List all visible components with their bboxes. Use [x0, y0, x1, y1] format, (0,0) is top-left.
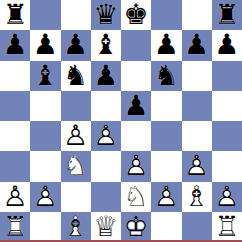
square-d7[interactable]: ♝ — [91, 30, 121, 60]
chess-board: ♜♛♚♜♟♟♟♝♟♟♟♝♞♟♞♟♟♙♟♙♞♘♟♙♟♙♟♙♟♙♞♘♟♙♝♗♟♙♜♖… — [0, 0, 242, 242]
square-h8[interactable]: ♜ — [212, 0, 242, 30]
white-bishop-piece-fill: ♝ — [61, 212, 91, 242]
square-e8[interactable]: ♚ — [121, 0, 151, 30]
square-a1[interactable]: ♜♖ — [0, 212, 30, 242]
square-a6[interactable] — [0, 61, 30, 91]
square-f5[interactable] — [151, 91, 181, 121]
square-a8[interactable]: ♜ — [0, 0, 30, 30]
white-pawn-piece-fill: ♟ — [61, 121, 91, 151]
square-c1[interactable]: ♝♗ — [61, 212, 91, 242]
square-e7[interactable] — [121, 30, 151, 60]
square-f3[interactable] — [151, 151, 181, 181]
square-b2[interactable]: ♟♙ — [30, 182, 60, 212]
square-b6[interactable]: ♝ — [30, 61, 60, 91]
square-h3[interactable] — [212, 151, 242, 181]
square-e4[interactable] — [121, 121, 151, 151]
black-pawn-piece[interactable]: ♟ — [182, 30, 212, 60]
square-d6[interactable]: ♟ — [91, 61, 121, 91]
square-d8[interactable]: ♛ — [91, 0, 121, 30]
white-knight-piece[interactable]: ♘ — [121, 182, 151, 212]
white-bishop-piece[interactable]: ♗ — [182, 182, 212, 212]
square-e6[interactable] — [121, 61, 151, 91]
white-bishop-piece-fill: ♝ — [182, 182, 212, 212]
square-d5[interactable] — [91, 91, 121, 121]
white-king-piece[interactable]: ♔ — [121, 212, 151, 242]
square-g1[interactable] — [182, 212, 212, 242]
square-a2[interactable]: ♟♙ — [0, 182, 30, 212]
square-g5[interactable] — [182, 91, 212, 121]
square-f8[interactable] — [151, 0, 181, 30]
square-a5[interactable] — [0, 91, 30, 121]
square-b1[interactable] — [30, 212, 60, 242]
white-queen-piece-fill: ♛ — [91, 212, 121, 242]
square-a4[interactable] — [0, 121, 30, 151]
black-pawn-piece[interactable]: ♟ — [212, 30, 242, 60]
square-c7[interactable]: ♟ — [61, 30, 91, 60]
square-d1[interactable]: ♛♕ — [91, 212, 121, 242]
white-pawn-piece[interactable]: ♙ — [61, 121, 91, 151]
black-bishop-piece[interactable]: ♝ — [91, 30, 121, 60]
square-h6[interactable] — [212, 61, 242, 91]
square-e1[interactable]: ♚♔ — [121, 212, 151, 242]
square-h2[interactable]: ♟♙ — [212, 182, 242, 212]
black-pawn-piece[interactable]: ♟ — [61, 30, 91, 60]
black-rook-piece[interactable]: ♜ — [0, 0, 30, 30]
white-pawn-piece-fill: ♟ — [182, 151, 212, 181]
square-h5[interactable] — [212, 91, 242, 121]
square-g3[interactable]: ♟♙ — [182, 151, 212, 181]
square-f7[interactable]: ♟ — [151, 30, 181, 60]
square-f6[interactable]: ♞ — [151, 61, 181, 91]
square-e5[interactable]: ♟ — [121, 91, 151, 121]
white-pawn-piece[interactable]: ♙ — [30, 182, 60, 212]
square-h1[interactable]: ♜♖ — [212, 212, 242, 242]
white-pawn-piece-fill: ♟ — [121, 151, 151, 181]
white-knight-piece-fill: ♞ — [121, 182, 151, 212]
black-pawn-piece[interactable]: ♟ — [91, 61, 121, 91]
black-pawn-piece[interactable]: ♟ — [0, 30, 30, 60]
white-pawn-piece-fill: ♟ — [91, 121, 121, 151]
black-queen-piece[interactable]: ♛ — [91, 0, 121, 30]
square-g8[interactable] — [182, 0, 212, 30]
square-e3[interactable]: ♟♙ — [121, 151, 151, 181]
black-pawn-piece[interactable]: ♟ — [30, 30, 60, 60]
square-f1[interactable] — [151, 212, 181, 242]
square-a7[interactable]: ♟ — [0, 30, 30, 60]
board-container: ♜♛♚♜♟♟♟♝♟♟♟♝♞♟♞♟♟♙♟♙♞♘♟♙♟♙♟♙♟♙♞♘♟♙♝♗♟♙♜♖… — [0, 0, 242, 242]
white-knight-piece-fill: ♞ — [61, 151, 91, 181]
square-c4[interactable]: ♟♙ — [61, 121, 91, 151]
black-pawn-piece[interactable]: ♟ — [151, 30, 181, 60]
square-b3[interactable] — [30, 151, 60, 181]
square-c5[interactable] — [61, 91, 91, 121]
white-pawn-piece[interactable]: ♙ — [0, 182, 30, 212]
white-knight-piece[interactable]: ♘ — [61, 151, 91, 181]
square-b4[interactable] — [30, 121, 60, 151]
white-pawn-piece[interactable]: ♙ — [91, 121, 121, 151]
square-h7[interactable]: ♟ — [212, 30, 242, 60]
black-rook-piece[interactable]: ♜ — [212, 0, 242, 30]
white-pawn-piece-fill: ♟ — [212, 182, 242, 212]
black-bishop-piece[interactable]: ♝ — [30, 61, 60, 91]
white-pawn-piece-fill: ♟ — [151, 182, 181, 212]
white-rook-piece-fill: ♜ — [0, 212, 30, 242]
white-pawn-piece-fill: ♟ — [0, 182, 30, 212]
black-pawn-piece[interactable]: ♟ — [121, 91, 151, 121]
square-f4[interactable] — [151, 121, 181, 151]
square-c2[interactable] — [61, 182, 91, 212]
white-queen-piece[interactable]: ♕ — [91, 212, 121, 242]
square-g2[interactable]: ♝♗ — [182, 182, 212, 212]
white-rook-piece-fill: ♜ — [212, 212, 242, 242]
square-e2[interactable]: ♞♘ — [121, 182, 151, 212]
square-a3[interactable] — [0, 151, 30, 181]
square-c6[interactable]: ♞ — [61, 61, 91, 91]
square-g6[interactable] — [182, 61, 212, 91]
white-bishop-piece[interactable]: ♗ — [61, 212, 91, 242]
white-rook-piece[interactable]: ♖ — [212, 212, 242, 242]
square-d2[interactable] — [91, 182, 121, 212]
white-pawn-piece[interactable]: ♙ — [151, 182, 181, 212]
square-b5[interactable] — [30, 91, 60, 121]
square-d3[interactable] — [91, 151, 121, 181]
square-g4[interactable] — [182, 121, 212, 151]
white-pawn-piece[interactable]: ♙ — [121, 151, 151, 181]
white-king-piece-fill: ♚ — [121, 212, 151, 242]
white-rook-piece[interactable]: ♖ — [0, 212, 30, 242]
white-pawn-piece[interactable]: ♙ — [212, 182, 242, 212]
square-b8[interactable] — [30, 0, 60, 30]
white-pawn-piece[interactable]: ♙ — [182, 151, 212, 181]
white-pawn-piece-fill: ♟ — [30, 182, 60, 212]
square-c8[interactable] — [61, 0, 91, 30]
square-d4[interactable]: ♟♙ — [91, 121, 121, 151]
square-b7[interactable]: ♟ — [30, 30, 60, 60]
black-knight-piece[interactable]: ♞ — [61, 61, 91, 91]
square-g7[interactable]: ♟ — [182, 30, 212, 60]
square-c3[interactable]: ♞♘ — [61, 151, 91, 181]
square-f2[interactable]: ♟♙ — [151, 182, 181, 212]
square-h4[interactable] — [212, 121, 242, 151]
black-king-piece[interactable]: ♚ — [121, 0, 151, 30]
black-knight-piece[interactable]: ♞ — [151, 61, 181, 91]
